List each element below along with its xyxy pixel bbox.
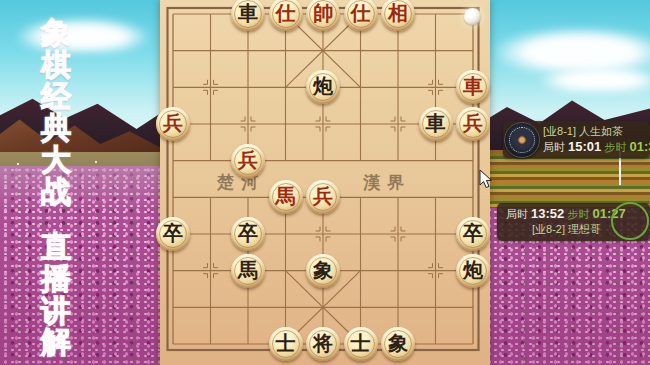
- stream-title-banner: 象棋经典大战: [36, 17, 76, 208]
- banner-character: 战: [36, 176, 76, 208]
- piece-black-車[interactable]: 車: [419, 107, 453, 141]
- piece-character: 卒: [163, 223, 183, 243]
- piece-character: 卒: [463, 223, 483, 243]
- piece-character: 兵: [238, 150, 258, 170]
- piece-black-卒[interactable]: 卒: [456, 217, 490, 251]
- piece-character: 士: [276, 333, 296, 353]
- piece-character: 兵: [463, 113, 483, 133]
- piece-red-仕[interactable]: 仕: [269, 0, 303, 31]
- game-time-label: 局时: [506, 208, 528, 220]
- player-bottom-name: 理想哥: [568, 223, 601, 235]
- player-top-move-time: 01:30: [629, 139, 650, 154]
- piece-character: 象: [313, 260, 333, 280]
- piece-red-兵[interactable]: 兵: [456, 107, 490, 141]
- piece-red-兵[interactable]: 兵: [156, 107, 190, 141]
- piece-character: 仕: [351, 3, 371, 23]
- piece-black-卒[interactable]: 卒: [231, 217, 265, 251]
- piece-character: 馬: [276, 186, 296, 206]
- piece-character: 車: [426, 113, 446, 133]
- piece-character: 車: [238, 3, 258, 23]
- player-bottom-rank-tag: [业8-2]: [532, 223, 565, 235]
- farmland-strip: [488, 150, 650, 208]
- decorative-orb: [464, 8, 481, 25]
- banner-character: 棋: [36, 49, 76, 81]
- piece-black-士[interactable]: 士: [269, 327, 303, 361]
- mouse-cursor: [479, 169, 495, 191]
- piece-character: 兵: [313, 186, 333, 206]
- banner-character: 讲: [36, 295, 76, 327]
- piece-character: 炮: [463, 260, 483, 280]
- banner-character: 解: [36, 326, 76, 358]
- piece-black-士[interactable]: 士: [344, 327, 378, 361]
- piece-character: 相: [388, 3, 408, 23]
- piece-red-仕[interactable]: 仕: [344, 0, 378, 31]
- piece-red-馬[interactable]: 馬: [269, 180, 303, 214]
- player-top-name: 人生如茶: [579, 125, 623, 137]
- xiangqi-board[interactable]: 楚河 漢界 車仕帥仕相炮車兵車兵兵馬兵卒卒卒馬象炮士将士象: [160, 0, 490, 365]
- banner-character: 典: [36, 112, 76, 144]
- river-label-hanjie: 漢界: [363, 171, 411, 194]
- piece-character: 馬: [238, 260, 258, 280]
- banner-character: 播: [36, 263, 76, 295]
- stream-subtitle-banner: 直播讲解: [36, 231, 76, 358]
- player-bottom-avatar[interactable]: [611, 202, 649, 240]
- piece-black-卒[interactable]: 卒: [156, 217, 190, 251]
- banner-character: 象: [36, 17, 76, 49]
- player-top-game-time: 15:01: [568, 139, 601, 154]
- player-bottom-time-line: 局时 13:52 步时 01:27: [506, 206, 626, 222]
- piece-character: 車: [463, 76, 483, 96]
- piece-black-象[interactable]: 象: [381, 327, 415, 361]
- piece-black-将[interactable]: 将: [306, 327, 340, 361]
- player-top-name-line: [业8-1] 人生如茶: [543, 124, 650, 139]
- player-bottom-game-time: 13:52: [531, 206, 564, 221]
- piece-character: 炮: [313, 76, 333, 96]
- player-top-rank-tag: [业8-1]: [543, 125, 576, 137]
- player-top-avatar[interactable]: [504, 122, 540, 158]
- cloud: [540, 66, 650, 92]
- player-bottom-name-line: [业8-2] 理想哥: [506, 222, 626, 237]
- game-time-label: 局时: [543, 141, 565, 153]
- piece-character: 仕: [276, 3, 296, 23]
- piece-black-馬[interactable]: 馬: [231, 254, 265, 288]
- piece-character: 象: [388, 333, 408, 353]
- banner-character: 大: [36, 144, 76, 176]
- piece-black-象[interactable]: 象: [306, 254, 340, 288]
- stream-screen: 象棋经典大战 直播讲解 楚河 漢界 車仕帥仕相炮車兵車兵兵馬兵卒卒卒馬象炮士将士…: [0, 0, 650, 365]
- piece-red-兵[interactable]: 兵: [231, 144, 265, 178]
- piece-character: 士: [351, 333, 371, 353]
- move-time-label: 步时: [604, 141, 626, 153]
- banner-character: 直: [36, 231, 76, 263]
- piece-character: 将: [313, 333, 333, 353]
- player-top-time-line: 局时 15:01 步时 01:30: [543, 139, 650, 155]
- piece-black-炮[interactable]: 炮: [456, 254, 490, 288]
- banner-character: 经: [36, 81, 76, 113]
- piece-character: 卒: [238, 223, 258, 243]
- piece-character: 帥: [313, 3, 333, 23]
- piece-character: 兵: [163, 113, 183, 133]
- move-time-label: 步时: [567, 208, 589, 220]
